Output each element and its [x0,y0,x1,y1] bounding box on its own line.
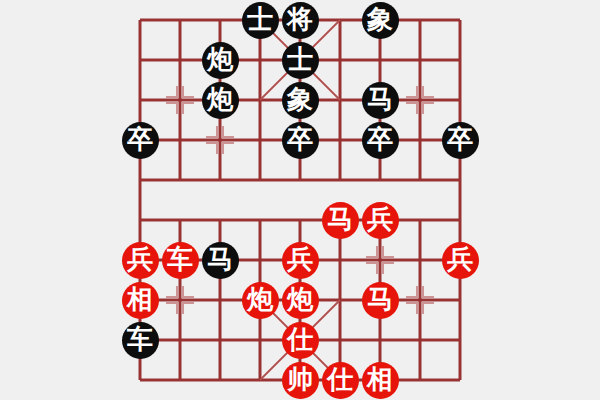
point-marker-corner [422,302,434,314]
black-advisor[interactable]: 士 [282,42,319,79]
point-marker-corner [422,102,434,114]
point-marker-corner [206,126,218,138]
black-horse[interactable]: 马 [362,82,399,119]
point-marker-corner [166,286,178,298]
point-marker-corner [182,102,194,114]
point-marker-corner [406,302,418,314]
black-advisor[interactable]: 士 [242,2,279,39]
red-elephant[interactable]: 相 [362,362,399,399]
black-soldier[interactable]: 卒 [442,122,479,159]
point-marker-corner [382,262,394,274]
black-chariot[interactable]: 车 [122,322,159,359]
red-horse[interactable]: 马 [322,202,359,239]
point-marker-corner [166,102,178,114]
red-horse[interactable]: 马 [362,282,399,319]
point-marker-corner [222,126,234,138]
black-elephant[interactable]: 象 [282,82,319,119]
point-marker-corner [182,286,194,298]
black-horse[interactable]: 马 [202,242,239,279]
point-marker-corner [166,86,178,98]
red-cannon[interactable]: 炮 [282,282,319,319]
point-marker [165,85,195,115]
red-elephant[interactable]: 相 [122,282,159,319]
point-marker-corner [422,86,434,98]
point-marker-corner [182,302,194,314]
black-cannon[interactable]: 炮 [202,82,239,119]
point-marker [165,285,195,315]
point-marker [365,245,395,275]
red-advisor[interactable]: 仕 [282,322,319,359]
point-marker [405,85,435,115]
red-general[interactable]: 帅 [282,362,319,399]
black-cannon[interactable]: 炮 [202,42,239,79]
red-chariot[interactable]: 车 [162,242,199,279]
black-soldier[interactable]: 卒 [282,122,319,159]
point-marker-corner [382,246,394,258]
point-marker [405,285,435,315]
red-soldier[interactable]: 兵 [362,202,399,239]
red-soldier[interactable]: 兵 [122,242,159,279]
point-marker-corner [182,86,194,98]
red-soldier[interactable]: 兵 [282,242,319,279]
point-marker-corner [422,286,434,298]
point-marker-corner [366,246,378,258]
point-marker-corner [366,262,378,274]
red-cannon[interactable]: 炮 [242,282,279,319]
black-general[interactable]: 将 [282,2,319,39]
point-marker-corner [222,142,234,154]
point-marker-corner [406,286,418,298]
black-elephant[interactable]: 象 [362,2,399,39]
point-marker-corner [406,86,418,98]
red-soldier[interactable]: 兵 [442,242,479,279]
black-soldier[interactable]: 卒 [362,122,399,159]
point-marker-corner [406,102,418,114]
xiangqi-board[interactable]: 士将象炮士炮象马卒卒卒卒马兵兵车马兵兵相炮炮马车仕帅仕相 [120,0,480,400]
point-marker-corner [206,142,218,154]
red-advisor[interactable]: 仕 [322,362,359,399]
black-soldier[interactable]: 卒 [122,122,159,159]
xiangqi-screen: 士将象炮士炮象马卒卒卒卒马兵兵车马兵兵相炮炮马车仕帅仕相 [0,0,600,400]
point-marker [205,125,235,155]
point-marker-corner [166,302,178,314]
